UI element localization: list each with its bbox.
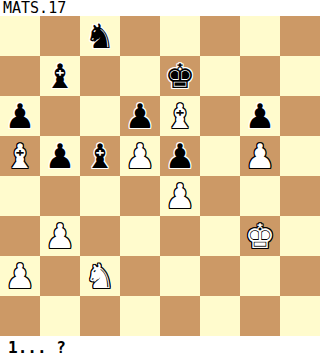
square-e3[interactable] [160,216,200,256]
piece-black-bishop: ♝ [45,56,75,96]
square-h2[interactable] [280,256,320,296]
piece-white-bishop: ♝ [165,96,195,136]
piece-black-pawn: ♟ [245,96,275,136]
piece-white-pawn: ♟ [125,136,155,176]
puzzle-title: MATS.17 [3,0,66,16]
square-d2[interactable] [120,256,160,296]
square-g4[interactable] [240,176,280,216]
piece-white-pawn: ♟ [5,256,35,296]
piece-white-king: ♚ [245,216,275,256]
square-e8[interactable] [160,16,200,56]
square-c6[interactable] [80,96,120,136]
square-g5[interactable]: ♟ [240,136,280,176]
piece-black-pawn: ♟ [125,96,155,136]
square-d5[interactable]: ♟ [120,136,160,176]
square-h4[interactable] [280,176,320,216]
square-d8[interactable] [120,16,160,56]
square-g3[interactable]: ♚ [240,216,280,256]
square-e1[interactable] [160,296,200,336]
square-d6[interactable]: ♟ [120,96,160,136]
square-a4[interactable] [0,176,40,216]
square-h6[interactable] [280,96,320,136]
square-g2[interactable] [240,256,280,296]
square-a8[interactable] [0,16,40,56]
square-c5[interactable]: ♝ [80,136,120,176]
square-f1[interactable] [200,296,240,336]
square-b3[interactable]: ♟ [40,216,80,256]
square-a2[interactable]: ♟ [0,256,40,296]
square-a3[interactable] [0,216,40,256]
square-g1[interactable] [240,296,280,336]
chess-board: ♞♝♚♟♟♝♟♝♟♝♟♟♟♟♟♚♟♞ [0,16,320,336]
square-h1[interactable] [280,296,320,336]
square-e4[interactable]: ♟ [160,176,200,216]
piece-black-bishop: ♝ [85,136,115,176]
piece-white-knight: ♞ [85,256,115,296]
square-b8[interactable] [40,16,80,56]
square-b7[interactable]: ♝ [40,56,80,96]
square-a7[interactable] [0,56,40,96]
square-h5[interactable] [280,136,320,176]
square-e5[interactable]: ♟ [160,136,200,176]
square-h7[interactable] [280,56,320,96]
square-a5[interactable]: ♝ [0,136,40,176]
square-f6[interactable] [200,96,240,136]
square-d4[interactable] [120,176,160,216]
piece-white-pawn: ♟ [245,136,275,176]
piece-white-bishop: ♝ [5,136,35,176]
square-d3[interactable] [120,216,160,256]
square-c3[interactable] [80,216,120,256]
square-b6[interactable] [40,96,80,136]
piece-white-pawn: ♟ [45,216,75,256]
square-e7[interactable]: ♚ [160,56,200,96]
square-e6[interactable]: ♝ [160,96,200,136]
piece-black-pawn: ♟ [165,136,195,176]
square-b5[interactable]: ♟ [40,136,80,176]
square-c2[interactable]: ♞ [80,256,120,296]
square-d1[interactable] [120,296,160,336]
square-f2[interactable] [200,256,240,296]
piece-black-king: ♚ [165,56,195,96]
square-a6[interactable]: ♟ [0,96,40,136]
square-f7[interactable] [200,56,240,96]
square-f5[interactable] [200,136,240,176]
square-e2[interactable] [160,256,200,296]
square-c4[interactable] [80,176,120,216]
square-a1[interactable] [0,296,40,336]
piece-black-pawn: ♟ [45,136,75,176]
title-bar: MATS.17 [0,0,320,16]
move-prompt-text: 1... ? [8,338,66,358]
square-g6[interactable]: ♟ [240,96,280,136]
move-prompt: 1... ? [0,336,320,360]
square-b4[interactable] [40,176,80,216]
square-f4[interactable] [200,176,240,216]
square-h3[interactable] [280,216,320,256]
square-f3[interactable] [200,216,240,256]
square-b2[interactable] [40,256,80,296]
piece-black-knight: ♞ [85,16,115,56]
square-d7[interactable] [120,56,160,96]
piece-black-pawn: ♟ [5,96,35,136]
square-c1[interactable] [80,296,120,336]
square-f8[interactable] [200,16,240,56]
square-g7[interactable] [240,56,280,96]
square-h8[interactable] [280,16,320,56]
square-g8[interactable] [240,16,280,56]
square-c7[interactable] [80,56,120,96]
piece-white-pawn: ♟ [165,176,195,216]
square-b1[interactable] [40,296,80,336]
square-c8[interactable]: ♞ [80,16,120,56]
chess-app-window: MATS.17 ♞♝♚♟♟♝♟♝♟♝♟♟♟♟♟♚♟♞ 1... ? [0,0,320,360]
